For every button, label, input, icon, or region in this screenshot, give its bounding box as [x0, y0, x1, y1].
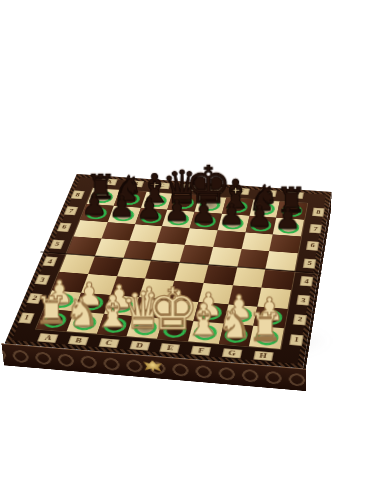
square-a6[interactable] [74, 220, 108, 239]
square-f4[interactable] [203, 265, 237, 285]
rank-label-7-right: 7 [309, 224, 322, 234]
black-pawn-a7[interactable]: ♟ [82, 191, 108, 219]
black-pawn-h7[interactable]: ♟ [274, 205, 300, 233]
square-g7[interactable]: ♟ [245, 216, 276, 235]
black-pawn-f7[interactable]: ♟ [219, 201, 245, 229]
board-grid: ♜♞♝♛♚♝♞♜♟♟♟♟♟♟♟♟♟♟♟♟♟♟♟♟♜♞♝♛♚♝♞♜ [36, 188, 307, 349]
piece-glyph: ♟ [136, 195, 162, 223]
square-f6[interactable] [213, 230, 245, 249]
square-h1[interactable]: ♜ [249, 326, 284, 349]
piece-glyph: ♟ [219, 201, 245, 229]
piece-glyph: ♟ [274, 205, 300, 233]
board-front-edge [1, 343, 306, 391]
file-label-h-bottom: H [253, 351, 273, 361]
rank-label-8-right: 8 [312, 208, 325, 217]
rank-label-4-right: 4 [300, 276, 314, 287]
file-label-d-bottom: D [129, 341, 150, 351]
file-label-g-bottom: G [222, 348, 243, 358]
file-label-e-bottom: E [160, 343, 181, 353]
rank-label-1-right: 1 [289, 334, 304, 346]
black-pawn-b7[interactable]: ♟ [109, 193, 135, 221]
square-h7[interactable]: ♟ [273, 218, 304, 237]
piece-glyph: ♟ [82, 191, 108, 219]
black-pawn-d7[interactable]: ♟ [163, 197, 189, 225]
brass-clasp [143, 360, 162, 373]
rank-label-7-left: 7 [64, 206, 79, 215]
file-label-c-bottom: C [98, 338, 119, 348]
square-h6[interactable] [269, 234, 301, 253]
square-g6[interactable] [241, 232, 273, 251]
piece-glyph: ♞ [217, 305, 252, 343]
file-label-f-bottom: F [191, 346, 212, 356]
camera-perspective: ♜♞♝♛♚♝♞♜♟♟♟♟♟♟♟♟♟♟♟♟♟♟♟♟♜♞♝♛♚♝♞♜ AABBCCD… [0, 0, 381, 492]
square-h4[interactable] [262, 269, 295, 290]
rank-label-4-left: 4 [42, 257, 57, 267]
file-label-a-bottom: A [38, 333, 59, 343]
piece-glyph: ♟ [163, 197, 189, 225]
rank-label-6-right: 6 [306, 241, 319, 251]
piece-glyph: ♟ [246, 203, 272, 231]
black-pawn-g7[interactable]: ♟ [246, 203, 272, 231]
rank-label-5-right: 5 [303, 258, 316, 268]
white-rook-h1[interactable]: ♜ [248, 309, 282, 346]
rank-label-1-left: 1 [18, 312, 34, 323]
square-b4[interactable] [88, 256, 123, 276]
photo-background: ♜♞♝♛♚♝♞♜♟♟♟♟♟♟♟♟♟♟♟♟♟♟♟♟♜♞♝♛♚♝♞♜ AABBCCD… [0, 0, 381, 492]
piece-glyph: ♟ [109, 193, 135, 221]
chess-board: ♜♞♝♛♚♝♞♜♟♟♟♟♟♟♟♟♟♟♟♟♟♟♟♟♜♞♝♛♚♝♞♜ AABBCCD… [5, 174, 332, 368]
white-knight-g1[interactable]: ♞ [217, 305, 252, 343]
piece-glyph: ♟ [191, 199, 217, 227]
board-right-edge [302, 191, 331, 390]
rank-label-3-right: 3 [296, 295, 310, 306]
rank-label-5-left: 5 [50, 239, 65, 249]
square-c7[interactable]: ♟ [135, 208, 168, 226]
black-pawn-c7[interactable]: ♟ [136, 195, 162, 223]
rank-label-2-right: 2 [293, 314, 307, 325]
black-pawn-e7[interactable]: ♟ [191, 199, 217, 227]
square-f7[interactable]: ♟ [217, 214, 249, 233]
piece-glyph: ♜ [248, 309, 282, 346]
file-label-b-bottom: B [68, 336, 89, 346]
rank-label-6-left: 6 [57, 222, 72, 232]
square-g4[interactable] [232, 267, 265, 288]
